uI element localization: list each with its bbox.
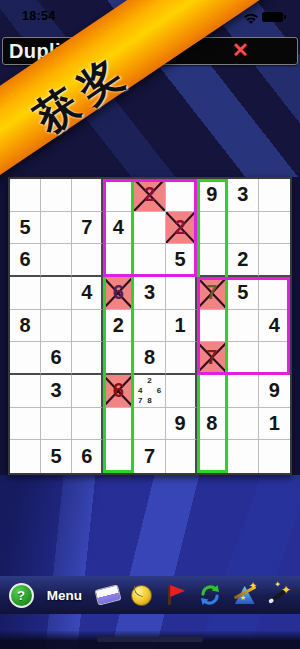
cell-r4c3[interactable]: 4 [72, 277, 103, 310]
cell-r3c4[interactable] [103, 244, 134, 277]
cell-r7c8[interactable] [228, 375, 259, 408]
digit: 6 [72, 440, 101, 473]
cell-r9c1[interactable] [10, 440, 41, 473]
duplicate-digit: 2 [134, 179, 164, 211]
cell-r8c1[interactable] [10, 408, 41, 441]
digit: 2 [228, 244, 258, 275]
menu-button-label: Menu [47, 588, 82, 603]
coin-icon [131, 585, 152, 606]
cell-r2c8[interactable] [228, 212, 259, 245]
digit: 5 [166, 244, 195, 275]
cell-r4c2[interactable] [41, 277, 72, 310]
cell-r7c1[interactable] [10, 375, 41, 408]
pencil-marks: 24678 [135, 376, 163, 406]
sudoku-board: 293574265246375821468736246789981567 [8, 177, 292, 475]
cell-r6c2[interactable]: 6 [41, 342, 72, 375]
digit: 9 [197, 179, 227, 211]
cell-r3c1[interactable]: 6 [10, 244, 41, 277]
cell-r4c1[interactable] [10, 277, 41, 310]
close-button[interactable]: ✕ [232, 38, 249, 62]
cell-r5c3[interactable] [72, 310, 103, 343]
cell-r9c4[interactable] [103, 440, 134, 473]
cell-r3c5[interactable] [134, 244, 165, 277]
cell-r6c3[interactable] [72, 342, 103, 375]
cell-r3c6[interactable]: 5 [166, 244, 197, 277]
cell-r8c2[interactable] [41, 408, 72, 441]
cell-r6c5[interactable]: 8 [134, 342, 165, 375]
cell-r7c2[interactable]: 3 [41, 375, 72, 408]
digit: 4 [103, 212, 133, 244]
cell-r2c6[interactable]: 2 [166, 212, 197, 245]
duplicate-digit: 7 [197, 342, 227, 373]
cell-r2c2[interactable] [41, 212, 72, 245]
cell-r1c1[interactable] [10, 179, 41, 212]
cell-r8c4[interactable] [103, 408, 134, 441]
digit: 3 [134, 277, 164, 309]
cell-r1c4[interactable] [103, 179, 134, 212]
cell-r7c3[interactable] [72, 375, 103, 408]
cell-r9c2[interactable]: 5 [41, 440, 72, 473]
cell-r5c5[interactable] [134, 310, 165, 343]
flag-button[interactable] [163, 582, 189, 608]
cell-r8c7[interactable]: 8 [197, 408, 228, 441]
wifi-icon [243, 11, 259, 29]
refresh-arrows-icon [198, 583, 222, 607]
sudoku-grid: 293574265246375821468736246789981567 [10, 179, 290, 473]
restart-button[interactable] [197, 582, 223, 608]
cell-r7c6[interactable] [166, 375, 197, 408]
cell-r3c2[interactable] [41, 244, 72, 277]
digit: 5 [228, 277, 258, 309]
cell-r7c7[interactable] [197, 375, 228, 408]
digit: 6 [10, 244, 40, 275]
cell-r2c1[interactable]: 5 [10, 212, 41, 245]
status-clock: 18:54 [22, 9, 55, 23]
digit: 8 [197, 408, 227, 440]
cell-r7c4[interactable]: 6 [103, 375, 134, 408]
cell-r1c9[interactable] [259, 179, 290, 212]
duplicate-digit: 2 [166, 212, 195, 244]
cell-r1c8[interactable]: 3 [228, 179, 259, 212]
background-bottom [0, 475, 300, 649]
cell-r3c3[interactable] [72, 244, 103, 277]
duplicate-digit: 6 [103, 375, 133, 407]
battery-icon [262, 12, 283, 22]
digit: 1 [166, 310, 195, 342]
help-button[interactable]: ? [8, 582, 34, 608]
cell-r5c4[interactable]: 2 [103, 310, 134, 343]
digit: 3 [228, 179, 258, 211]
cell-r6c9[interactable] [259, 342, 290, 375]
cell-r9c8[interactable] [228, 440, 259, 473]
menu-button[interactable]: Menu [42, 582, 86, 608]
digit: 4 [259, 310, 290, 342]
digit: 2 [103, 310, 133, 342]
home-indicator[interactable] [97, 637, 203, 642]
cell-r4c9[interactable] [259, 277, 290, 310]
cell-r1c2[interactable] [41, 179, 72, 212]
cell-r9c9[interactable] [259, 440, 290, 473]
bottom-toolbar: ? Menu ★ ✦ ✦ ✦ [0, 576, 300, 614]
cell-r1c6[interactable] [166, 179, 197, 212]
magic-wand-button[interactable]: ✦ ✦ [266, 582, 292, 608]
cell-r9c6[interactable] [166, 440, 197, 473]
help-icon: ? [9, 583, 34, 608]
cell-r8c9[interactable]: 1 [259, 408, 290, 441]
cell-r5c8[interactable] [228, 310, 259, 343]
sparkle-icon: ✦ [281, 583, 291, 597]
cell-r1c7[interactable]: 9 [197, 179, 228, 212]
cell-r5c9[interactable]: 4 [259, 310, 290, 343]
hint-coin-button[interactable] [129, 582, 155, 608]
cell-r2c3[interactable]: 7 [72, 212, 103, 245]
digit: 1 [259, 408, 290, 440]
digit: 4 [72, 277, 101, 309]
cell-r4c5[interactable]: 3 [134, 277, 165, 310]
eraser-icon [94, 584, 121, 605]
cell-r6c6[interactable] [166, 342, 197, 375]
cell-r2c9[interactable] [259, 212, 290, 245]
cell-r9c7[interactable] [197, 440, 228, 473]
cell-r8c5[interactable] [134, 408, 165, 441]
cell-r4c8[interactable]: 5 [228, 277, 259, 310]
cell-r3c7[interactable] [197, 244, 228, 277]
cell-r5c6[interactable]: 1 [166, 310, 197, 343]
eraser-button[interactable] [95, 582, 121, 608]
cell-r8c3[interactable] [72, 408, 103, 441]
digit: 5 [41, 440, 71, 473]
digit: 8 [10, 310, 40, 342]
cell-r8c8[interactable] [228, 408, 259, 441]
cell-r2c7[interactable] [197, 212, 228, 245]
digit: 3 [41, 375, 71, 407]
cell-r6c1[interactable] [10, 342, 41, 375]
cell-r4c6[interactable] [166, 277, 197, 310]
digit: 5 [10, 212, 40, 244]
cell-r4c4[interactable]: 6 [103, 277, 134, 310]
digit: 6 [41, 342, 71, 373]
cell-r7c9[interactable]: 9 [259, 375, 290, 408]
magic-hat-button[interactable]: ★ ✦ [232, 582, 258, 608]
cell-r2c4[interactable]: 4 [103, 212, 134, 245]
cell-r5c2[interactable] [41, 310, 72, 343]
cell-r5c7[interactable] [197, 310, 228, 343]
cell-r6c7[interactable]: 7 [197, 342, 228, 375]
cell-r9c5[interactable]: 7 [134, 440, 165, 473]
cell-r8c6[interactable]: 9 [166, 408, 197, 441]
digit: 7 [72, 212, 101, 244]
cell-r5c1[interactable]: 8 [10, 310, 41, 343]
cell-r7c5[interactable]: 24678 [134, 375, 165, 408]
cell-r4c7[interactable]: 7 [197, 277, 228, 310]
duplicate-digit: 6 [103, 277, 133, 309]
cell-r6c8[interactable] [228, 342, 259, 375]
digit: 8 [134, 342, 164, 373]
duplicate-digit: 7 [197, 277, 227, 309]
cell-r1c5[interactable]: 2 [134, 179, 165, 212]
sparkle-icon-small: ✦ [274, 580, 281, 589]
cell-r2c5[interactable] [134, 212, 165, 245]
cell-r9c3[interactable]: 6 [72, 440, 103, 473]
digit: 9 [259, 375, 290, 407]
digit: 7 [134, 440, 164, 473]
digit: 9 [166, 408, 195, 440]
cell-r3c9[interactable] [259, 244, 290, 277]
cell-r3c8[interactable]: 2 [228, 244, 259, 277]
cell-r6c4[interactable] [103, 342, 134, 375]
cell-r1c3[interactable] [72, 179, 103, 212]
